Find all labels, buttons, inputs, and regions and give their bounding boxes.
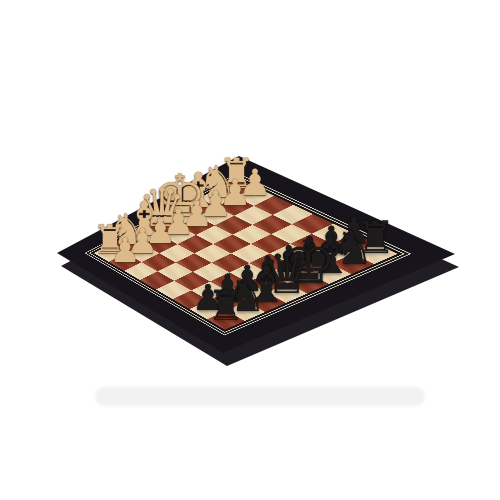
floor-reflection: [95, 387, 425, 406]
chess-set-photo: ♜♞♝♛♚♝♞♜♟♟♟♟♟♟♟♟♟♟♟♟♟♟♟♟♜♞♝♛♚♝♞♜: [0, 0, 500, 500]
chess-board: [57, 156, 455, 353]
